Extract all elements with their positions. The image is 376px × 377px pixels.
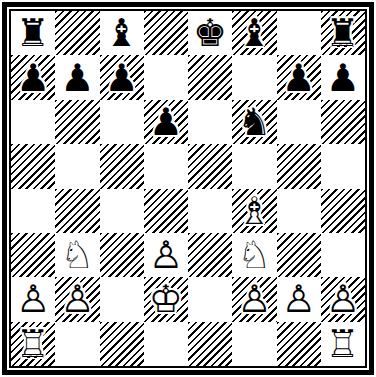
- square-b4: [55, 189, 99, 233]
- black-pawn-b7: ♟: [55, 55, 99, 99]
- square-b6: [55, 100, 99, 144]
- black-pawn-h7: ♟: [321, 55, 365, 99]
- square-a4: [11, 189, 55, 233]
- black-rook-h8: ♜: [321, 11, 365, 55]
- chess-board: ♜♝♚♝♜♟♟♟♟♟♟♞♝♗♞♘♟♙♞♘♟♙♟♙♚♔♟♙♟♙♟♙♜♖♜♖: [9, 9, 367, 368]
- square-d8: [144, 11, 188, 55]
- piece-glyph: ♙: [326, 280, 360, 318]
- piece-glyph: ♚: [193, 14, 227, 52]
- square-h3: [321, 233, 365, 277]
- piece-glyph: ♖: [326, 325, 360, 363]
- square-f7: [232, 55, 276, 99]
- square-g8: [277, 11, 321, 55]
- white-pawn-a2: ♟♙: [11, 277, 55, 321]
- square-h1: ♜♖: [321, 322, 365, 366]
- white-bishop-f4: ♝♗: [232, 189, 276, 233]
- square-b5: [55, 144, 99, 188]
- square-a2: ♟♙: [11, 277, 55, 321]
- square-f1: [232, 322, 276, 366]
- piece-glyph: ♜: [326, 14, 360, 52]
- square-c4: [100, 189, 144, 233]
- square-g4: [277, 189, 321, 233]
- piece-glyph: ♖: [16, 325, 50, 363]
- square-d4: [144, 189, 188, 233]
- black-bishop-f8: ♝: [232, 11, 276, 55]
- black-pawn-d6: ♟: [144, 100, 188, 144]
- piece-glyph: ♘: [237, 236, 271, 274]
- piece-glyph: ♝: [105, 14, 139, 52]
- square-b7: ♟: [55, 55, 99, 99]
- square-d5: [144, 144, 188, 188]
- square-f4: ♝♗: [232, 189, 276, 233]
- piece-glyph: ♙: [237, 280, 271, 318]
- square-h7: ♟: [321, 55, 365, 99]
- square-a5: [11, 144, 55, 188]
- piece-glyph: ♙: [282, 280, 316, 318]
- square-g3: [277, 233, 321, 277]
- white-rook-h1: ♜♖: [321, 322, 365, 366]
- piece-glyph: ♟: [282, 59, 316, 97]
- square-a7: ♟: [11, 55, 55, 99]
- square-h6: [321, 100, 365, 144]
- square-a1: ♜♖: [11, 322, 55, 366]
- piece-glyph: ♙: [60, 280, 94, 318]
- square-e6: [188, 100, 232, 144]
- square-a6: [11, 100, 55, 144]
- black-rook-a8: ♜: [11, 11, 55, 55]
- chess-diagram: ♜♝♚♝♜♟♟♟♟♟♟♞♝♗♞♘♟♙♞♘♟♙♟♙♚♔♟♙♟♙♟♙♜♖♜♖: [0, 0, 376, 377]
- square-h4: [321, 189, 365, 233]
- board-outer-border: ♜♝♚♝♜♟♟♟♟♟♟♞♝♗♞♘♟♙♞♘♟♙♟♙♚♔♟♙♟♙♟♙♜♖♜♖: [2, 2, 374, 375]
- square-g6: [277, 100, 321, 144]
- square-g5: [277, 144, 321, 188]
- square-c1: [100, 322, 144, 366]
- square-b2: ♟♙: [55, 277, 99, 321]
- piece-glyph: ♝: [237, 14, 271, 52]
- white-knight-f3: ♞♘: [232, 233, 276, 277]
- square-g1: [277, 322, 321, 366]
- piece-glyph: ♟: [105, 59, 139, 97]
- piece-glyph: ♟: [60, 59, 94, 97]
- square-d6: ♟: [144, 100, 188, 144]
- white-pawn-f2: ♟♙: [232, 277, 276, 321]
- square-c3: [100, 233, 144, 277]
- square-d7: [144, 55, 188, 99]
- square-h8: ♜: [321, 11, 365, 55]
- white-rook-a1: ♜♖: [11, 322, 55, 366]
- piece-glyph: ♜: [16, 14, 50, 52]
- square-b8: [55, 11, 99, 55]
- square-f3: ♞♘: [232, 233, 276, 277]
- black-bishop-c8: ♝: [100, 11, 144, 55]
- square-a3: [11, 233, 55, 277]
- white-pawn-g2: ♟♙: [277, 277, 321, 321]
- square-f8: ♝: [232, 11, 276, 55]
- white-pawn-d3: ♟♙: [144, 233, 188, 277]
- square-c5: [100, 144, 144, 188]
- square-c8: ♝: [100, 11, 144, 55]
- square-e2: [188, 277, 232, 321]
- square-e5: [188, 144, 232, 188]
- white-pawn-b2: ♟♙: [55, 277, 99, 321]
- square-d2: ♚♔: [144, 277, 188, 321]
- black-pawn-g7: ♟: [277, 55, 321, 99]
- square-e4: [188, 189, 232, 233]
- piece-glyph: ♔: [149, 280, 183, 318]
- white-pawn-h2: ♟♙: [321, 277, 365, 321]
- piece-glyph: ♟: [326, 59, 360, 97]
- square-h2: ♟♙: [321, 277, 365, 321]
- black-pawn-c7: ♟: [100, 55, 144, 99]
- square-b3: ♞♘: [55, 233, 99, 277]
- piece-glyph: ♞: [237, 103, 271, 141]
- square-f6: ♞: [232, 100, 276, 144]
- piece-glyph: ♙: [149, 236, 183, 274]
- square-e1: [188, 322, 232, 366]
- square-g2: ♟♙: [277, 277, 321, 321]
- piece-glyph: ♙: [16, 280, 50, 318]
- square-d3: ♟♙: [144, 233, 188, 277]
- square-f2: ♟♙: [232, 277, 276, 321]
- white-knight-b3: ♞♘: [55, 233, 99, 277]
- square-e7: [188, 55, 232, 99]
- black-king-e8: ♚: [188, 11, 232, 55]
- piece-glyph: ♘: [60, 236, 94, 274]
- square-e3: [188, 233, 232, 277]
- square-c2: [100, 277, 144, 321]
- square-d1: [144, 322, 188, 366]
- black-knight-f6: ♞: [232, 100, 276, 144]
- square-h5: [321, 144, 365, 188]
- square-a8: ♜: [11, 11, 55, 55]
- piece-glyph: ♗: [237, 192, 271, 230]
- square-c6: [100, 100, 144, 144]
- black-pawn-a7: ♟: [11, 55, 55, 99]
- square-b1: [55, 322, 99, 366]
- square-f5: [232, 144, 276, 188]
- white-king-d2: ♚♔: [144, 277, 188, 321]
- square-g7: ♟: [277, 55, 321, 99]
- piece-glyph: ♟: [16, 59, 50, 97]
- piece-glyph: ♟: [149, 103, 183, 141]
- square-c7: ♟: [100, 55, 144, 99]
- square-e8: ♚: [188, 11, 232, 55]
